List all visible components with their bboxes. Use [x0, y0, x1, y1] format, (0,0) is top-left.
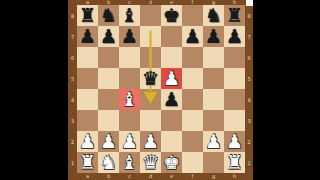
square-a6[interactable] [77, 47, 98, 68]
square-g4[interactable] [203, 89, 224, 110]
piece-white-queen[interactable]: ♛ [140, 152, 161, 173]
piece-white-rook[interactable]: ♜ [224, 152, 245, 173]
corner-marker [246, 0, 253, 6]
piece-black-pawn[interactable]: ♟ [161, 89, 182, 110]
rank-label-5: 5 [71, 76, 74, 81]
square-f1[interactable] [182, 152, 203, 173]
piece-white-pawn[interactable]: ♟ [203, 131, 224, 152]
square-a2[interactable]: ♟ [77, 131, 98, 152]
piece-white-pawn[interactable]: ♟ [224, 131, 245, 152]
rank-label-7: 7 [247, 34, 250, 39]
file-label-f: f [192, 174, 194, 179]
piece-white-pawn[interactable]: ♟ [98, 131, 119, 152]
piece-white-bishop[interactable]: ♝ [119, 152, 140, 173]
square-b4[interactable] [98, 89, 119, 110]
piece-black-bishop[interactable]: ♝ [119, 5, 140, 26]
square-f3[interactable] [182, 110, 203, 131]
square-g2[interactable]: ♟ [203, 131, 224, 152]
square-h6[interactable] [224, 47, 245, 68]
piece-white-pawn[interactable]: ♟ [77, 131, 98, 152]
file-label-c: c [128, 174, 131, 179]
square-b2[interactable]: ♟ [98, 131, 119, 152]
rank-label-2: 2 [71, 139, 74, 144]
square-e2[interactable] [161, 131, 182, 152]
square-e8[interactable]: ♚ [161, 5, 182, 26]
board-squares: ♜♞♝♚♞♜♟♟♟♟♟♟♛♟♝♟♟♟♟♟♟♟♜♞♝♛♚♜ [77, 5, 245, 173]
square-b5[interactable] [98, 68, 119, 89]
square-a8[interactable]: ♜ [77, 5, 98, 26]
rank-label-6: 6 [71, 55, 74, 60]
rank-label-8: 8 [71, 13, 74, 18]
rank-labels-right: 87654321 [245, 5, 253, 173]
square-e6[interactable] [161, 47, 182, 68]
piece-black-knight[interactable]: ♞ [98, 5, 119, 26]
square-c2[interactable]: ♟ [119, 131, 140, 152]
square-c3[interactable] [119, 110, 140, 131]
square-e3[interactable] [161, 110, 182, 131]
piece-black-pawn[interactable]: ♟ [119, 26, 140, 47]
square-d7[interactable] [140, 26, 161, 47]
piece-white-rook[interactable]: ♜ [77, 152, 98, 173]
square-a1[interactable]: ♜ [77, 152, 98, 173]
piece-white-pawn[interactable]: ♟ [119, 131, 140, 152]
square-h5[interactable] [224, 68, 245, 89]
file-labels-bottom: abcdefgh [77, 173, 245, 180]
piece-black-knight[interactable]: ♞ [203, 5, 224, 26]
piece-black-king[interactable]: ♚ [161, 5, 182, 26]
file-label-b: b [107, 174, 110, 179]
square-c6[interactable] [119, 47, 140, 68]
square-h4[interactable] [224, 89, 245, 110]
square-f5[interactable] [182, 68, 203, 89]
square-b1[interactable]: ♞ [98, 152, 119, 173]
letterbox-right [253, 0, 320, 180]
square-c4[interactable]: ♝ [119, 89, 140, 110]
square-d6[interactable] [140, 47, 161, 68]
square-a4[interactable] [77, 89, 98, 110]
piece-white-knight[interactable]: ♞ [98, 152, 119, 173]
piece-black-rook[interactable]: ♜ [224, 5, 245, 26]
square-f7[interactable]: ♟ [182, 26, 203, 47]
rank-label-2: 2 [247, 139, 250, 144]
rank-labels-left: 87654321 [68, 5, 77, 173]
rank-label-4: 4 [247, 97, 250, 102]
square-h1[interactable]: ♜ [224, 152, 245, 173]
square-g5[interactable] [203, 68, 224, 89]
square-b6[interactable] [98, 47, 119, 68]
square-d5[interactable]: ♛ [140, 68, 161, 89]
chess-board: abcdefgh abcdefgh 87654321 87654321 ♜♞♝♚… [68, 0, 253, 180]
square-b7[interactable]: ♟ [98, 26, 119, 47]
square-e1[interactable]: ♚ [161, 152, 182, 173]
square-a3[interactable] [77, 110, 98, 131]
square-a5[interactable] [77, 68, 98, 89]
square-d8[interactable] [140, 5, 161, 26]
square-e4[interactable]: ♟ [161, 89, 182, 110]
square-f2[interactable] [182, 131, 203, 152]
piece-black-pawn[interactable]: ♟ [203, 26, 224, 47]
square-f6[interactable] [182, 47, 203, 68]
square-d4[interactable] [140, 89, 161, 110]
piece-black-pawn[interactable]: ♟ [77, 26, 98, 47]
rank-label-7: 7 [71, 34, 74, 39]
rank-label-5: 5 [247, 76, 250, 81]
square-h7[interactable]: ♟ [224, 26, 245, 47]
rank-label-8: 8 [247, 13, 250, 18]
square-e5[interactable]: ♟ [161, 68, 182, 89]
square-f4[interactable] [182, 89, 203, 110]
square-h3[interactable] [224, 110, 245, 131]
square-g1[interactable] [203, 152, 224, 173]
video-frame: abcdefgh abcdefgh 87654321 87654321 ♜♞♝♚… [0, 0, 320, 180]
piece-white-king[interactable]: ♚ [161, 152, 182, 173]
piece-black-queen[interactable]: ♛ [140, 68, 161, 89]
piece-black-pawn[interactable]: ♟ [182, 26, 203, 47]
file-label-h: h [233, 174, 236, 179]
piece-black-pawn[interactable]: ♟ [98, 26, 119, 47]
piece-black-rook[interactable]: ♜ [77, 5, 98, 26]
letterbox-left [0, 0, 68, 180]
rank-label-6: 6 [247, 55, 250, 60]
piece-white-pawn[interactable]: ♟ [140, 131, 161, 152]
file-label-g: g [212, 174, 215, 179]
square-g6[interactable] [203, 47, 224, 68]
piece-white-bishop[interactable]: ♝ [119, 89, 140, 110]
square-d3[interactable] [140, 110, 161, 131]
square-c1[interactable]: ♝ [119, 152, 140, 173]
piece-white-pawn[interactable]: ♟ [161, 68, 182, 89]
square-e7[interactable] [161, 26, 182, 47]
square-f8[interactable] [182, 5, 203, 26]
square-c5[interactable] [119, 68, 140, 89]
square-a7[interactable]: ♟ [77, 26, 98, 47]
rank-label-4: 4 [71, 97, 74, 102]
square-b3[interactable] [98, 110, 119, 131]
file-label-e: e [170, 174, 173, 179]
piece-black-pawn[interactable]: ♟ [224, 26, 245, 47]
rank-label-1: 1 [71, 160, 74, 165]
square-d2[interactable]: ♟ [140, 131, 161, 152]
square-h2[interactable]: ♟ [224, 131, 245, 152]
square-b8[interactable]: ♞ [98, 5, 119, 26]
file-label-a: a [86, 174, 89, 179]
file-label-d: d [149, 174, 152, 179]
rank-label-3: 3 [247, 118, 250, 123]
square-g3[interactable] [203, 110, 224, 131]
square-h8[interactable]: ♜ [224, 5, 245, 26]
rank-label-3: 3 [71, 118, 74, 123]
rank-label-1: 1 [247, 160, 250, 165]
square-d1[interactable]: ♛ [140, 152, 161, 173]
square-g7[interactable]: ♟ [203, 26, 224, 47]
square-c8[interactable]: ♝ [119, 5, 140, 26]
square-c7[interactable]: ♟ [119, 26, 140, 47]
square-g8[interactable]: ♞ [203, 5, 224, 26]
